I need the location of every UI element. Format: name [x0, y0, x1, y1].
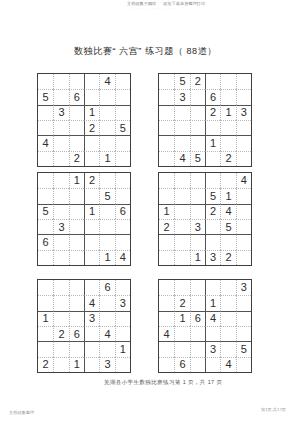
puzzle-3-cell-r2c1: [38, 188, 53, 203]
puzzle-5-cell-r3c2: [53, 311, 68, 326]
puzzle-3-cell-r3c5: [99, 204, 114, 219]
puzzle-4-cell-r2c1: [159, 188, 174, 203]
puzzle-6-cell-r2c3: [190, 295, 205, 310]
puzzle-1-cell-r4c5: [99, 120, 114, 135]
puzzle-6-cell-r2c5: [220, 295, 235, 310]
sudoku-grid-6: 32116443564: [158, 279, 252, 373]
puzzle-4-cell-r4c4: [205, 219, 220, 234]
puzzle-3-cell-r1c1: [38, 173, 53, 188]
puzzle-6-cell-r4c4: [205, 326, 220, 341]
sudoku-grid-3: 1255163614: [37, 172, 131, 266]
puzzle-3-cell-r1c3: 1: [69, 173, 84, 188]
puzzle-2-cell-r4c1: [159, 120, 174, 135]
puzzle-3-cell-r5c2: [53, 234, 68, 249]
puzzle-4-cell-r3c6: [236, 204, 251, 219]
sudoku-grid-1: 4563125421: [37, 73, 131, 167]
puzzle-5-cell-r5c4: [84, 341, 99, 356]
puzzle-3-cell-r1c5: [99, 173, 114, 188]
puzzle-5-cell-r2c3: [69, 295, 84, 310]
puzzle-1-cell-r6c6: [115, 151, 130, 166]
puzzle-1-cell-r5c3: [69, 135, 84, 150]
puzzle-4-cell-r3c3: [190, 204, 205, 219]
puzzle-5-cell-r5c6: 1: [115, 341, 130, 356]
puzzle-6-cell-r2c4: 1: [205, 295, 220, 310]
puzzle-3-cell-r4c1: [38, 219, 53, 234]
puzzle-6-cell-r1c4: [205, 280, 220, 295]
puzzle-5-cell-r1c6: [115, 280, 130, 295]
puzzle-5-cell-r4c6: [115, 326, 130, 341]
puzzle-1-cell-r1c3: [69, 74, 84, 89]
puzzle-2-cell-r2c2: 3: [174, 89, 189, 104]
footer-page-number: 第1页,共17页: [261, 408, 286, 412]
puzzle-2-cell-r4c5: [220, 120, 235, 135]
puzzle-6-cell-r3c2: 1: [174, 311, 189, 326]
puzzle-6-cell-r1c3: [190, 280, 205, 295]
puzzle-4-cell-r4c1: 2: [159, 219, 174, 234]
puzzle-1-cell-r2c6: [115, 89, 130, 104]
puzzle-4-cell-r2c3: [190, 188, 205, 203]
puzzle-3-cell-r6c6: 4: [115, 250, 130, 265]
puzzle-6-cell-r2c6: [236, 295, 251, 310]
puzzle-1-cell-r2c4: [84, 89, 99, 104]
puzzle-4-cell-r4c3: 3: [190, 219, 205, 234]
puzzle-3-cell-r2c5: 5: [99, 188, 114, 203]
puzzle-3-cell-r3c4: 1: [84, 204, 99, 219]
puzzle-3-cell-r5c5: [99, 234, 114, 249]
puzzle-2-cell-r4c4: [205, 120, 220, 135]
puzzle-3-cell-r5c6: [115, 234, 130, 249]
puzzle-5-cell-r5c2: [53, 341, 68, 356]
puzzle-2-cell-r6c1: [159, 151, 174, 166]
puzzle-3-cell-r2c3: [69, 188, 84, 203]
puzzle-1-cell-r4c3: [69, 120, 84, 135]
puzzle-1-cell-r6c3: 2: [69, 151, 84, 166]
puzzle-4-cell-r5c6: [236, 234, 251, 249]
puzzle-4-cell-r2c4: 5: [205, 188, 220, 203]
puzzle-5-cell-r6c4: [84, 357, 99, 372]
puzzle-2-cell-r2c6: [236, 89, 251, 104]
puzzle-1-cell-r4c1: [38, 120, 53, 135]
puzzle-1-cell-r1c6: [115, 74, 130, 89]
puzzle-1-cell-r6c4: [84, 151, 99, 166]
puzzle-2-cell-r2c4: 6: [205, 89, 220, 104]
puzzle-1-cell-r1c5: 4: [99, 74, 114, 89]
puzzle-1-cell-r5c1: 4: [38, 135, 53, 150]
puzzle-6-cell-r2c2: 2: [174, 295, 189, 310]
puzzle-1-cell-r1c1: [38, 74, 53, 89]
puzzle-3-cell-r4c6: [115, 219, 130, 234]
puzzle-6-cell-r3c6: [236, 311, 251, 326]
puzzle-6-cell-r5c3: [190, 341, 205, 356]
puzzle-6-cell-r3c1: [159, 311, 174, 326]
puzzle-4-cell-r1c2: [174, 173, 189, 188]
puzzle-3-cell-r6c2: [53, 250, 68, 265]
puzzle-6-cell-r6c4: [205, 357, 220, 372]
puzzle-2-cell-r1c1: [159, 74, 174, 89]
puzzle-4-cell-r4c6: [236, 219, 251, 234]
puzzle-3-cell-r6c4: [84, 250, 99, 265]
puzzle-3-cell-r6c5: 1: [99, 250, 114, 265]
puzzle-5-cell-r6c3: 1: [69, 357, 84, 372]
puzzle-5-cell-r6c5: 3: [99, 357, 114, 372]
puzzle-3-cell-r3c2: [53, 204, 68, 219]
puzzle-2-cell-r5c6: [236, 135, 251, 150]
puzzle-3-cell-r5c1: 6: [38, 234, 53, 249]
puzzle-4-cell-r1c3: [190, 173, 205, 188]
puzzle-1-cell-r5c4: [84, 135, 99, 150]
puzzle-5-cell-r4c4: [84, 326, 99, 341]
puzzle-2-cell-r2c5: [220, 89, 235, 104]
puzzle-6-cell-r4c2: [174, 326, 189, 341]
puzzle-2-cell-r3c6: 3: [236, 105, 251, 120]
puzzle-5-cell-r6c6: [115, 357, 130, 372]
puzzle-1-cell-r3c3: [69, 105, 84, 120]
sudoku-grid-2: 52362131452: [158, 73, 252, 167]
puzzle-5-cell-r3c1: 1: [38, 311, 53, 326]
puzzle-4-cell-r1c6: 4: [236, 173, 251, 188]
puzzle-2-cell-r5c5: [220, 135, 235, 150]
puzzle-3-cell-r5c3: [69, 234, 84, 249]
puzzle-1-cell-r3c2: 3: [53, 105, 68, 120]
puzzle-3-cell-r2c4: [84, 188, 99, 203]
puzzle-3-cell-r4c3: [69, 219, 84, 234]
puzzle-2-cell-r4c3: [190, 120, 205, 135]
puzzle-2-cell-r1c6: [236, 74, 251, 89]
puzzle-6-cell-r5c2: [174, 341, 189, 356]
puzzle-6-cell-r5c5: [220, 341, 235, 356]
puzzle-6-cell-r5c1: [159, 341, 174, 356]
header-watermark-right: 欢迎下载支持整理打印: [163, 2, 205, 6]
puzzle-1-cell-r1c4: [84, 74, 99, 89]
puzzle-6-cell-r1c6: 3: [236, 280, 251, 295]
puzzle-2-cell-r3c5: 1: [220, 105, 235, 120]
puzzle-5-cell-r4c5: 4: [99, 326, 114, 341]
puzzle-2-cell-r1c2: 5: [174, 74, 189, 89]
puzzle-4-cell-r3c1: 1: [159, 204, 174, 219]
puzzle-5-cell-r6c1: 2: [38, 357, 53, 372]
puzzle-4-cell-r1c1: [159, 173, 174, 188]
puzzle-6-cell-r3c5: [220, 311, 235, 326]
header-watermark-subline: ·· ··· ·· ···· ·· ···: [131, 8, 176, 11]
puzzle-4-cell-r6c2: [174, 250, 189, 265]
puzzle-3-cell-r1c6: [115, 173, 130, 188]
puzzle-5-cell-r2c1: [38, 295, 53, 310]
puzzle-1-cell-r6c5: 1: [99, 151, 114, 166]
puzzle-1-cell-r2c3: 6: [69, 89, 84, 104]
puzzle-2-cell-r5c3: [190, 135, 205, 150]
puzzle-3-cell-r6c3: [69, 250, 84, 265]
puzzle-2-cell-r5c4: 1: [205, 135, 220, 150]
puzzle-6-cell-r6c5: 4: [220, 357, 235, 372]
puzzle-4-cell-r6c6: [236, 250, 251, 265]
puzzle-5-cell-r2c6: 3: [115, 295, 130, 310]
puzzle-6-cell-r1c2: [174, 280, 189, 295]
page-title: 数独比赛“ 六宫” 练习题（ 88道）: [74, 46, 217, 57]
puzzle-3-cell-r5c4: [84, 234, 99, 249]
puzzle-1-cell-r1c2: [53, 74, 68, 89]
puzzle-4-cell-r4c2: [174, 219, 189, 234]
worksheet-page: 文档收集于网络 欢迎下载支持整理打印 ·· ··· ·· ···· ·· ···…: [0, 0, 300, 424]
puzzle-5-cell-r1c3: [69, 280, 84, 295]
puzzle-2-cell-r6c3: 5: [190, 151, 205, 166]
puzzle-2-cell-r3c1: [159, 105, 174, 120]
puzzle-2-cell-r2c1: [159, 89, 174, 104]
puzzle-4-cell-r3c4: 2: [205, 204, 220, 219]
puzzle-1-cell-r3c5: [99, 105, 114, 120]
puzzle-5-cell-r2c2: [53, 295, 68, 310]
puzzle-4-cell-r5c5: [220, 234, 235, 249]
puzzle-3-cell-r3c1: 5: [38, 204, 53, 219]
puzzle-5-cell-r1c4: [84, 280, 99, 295]
footer-watermark-left: 文档收集整理: [9, 411, 34, 415]
puzzle-4-cell-r2c2: [174, 188, 189, 203]
puzzle-6-cell-r4c3: [190, 326, 205, 341]
puzzle-5-cell-r1c1: [38, 280, 53, 295]
puzzle-4-cell-r2c5: 1: [220, 188, 235, 203]
footer-page-caption: 芜湖县小学生数独比赛练习第 1 页，共 17 页: [104, 380, 222, 386]
puzzle-4-cell-r5c2: [174, 234, 189, 249]
puzzle-1-cell-r3c4: 1: [84, 105, 99, 120]
puzzle-5-cell-r4c3: 6: [69, 326, 84, 341]
puzzle-6-cell-r1c1: [159, 280, 174, 295]
puzzle-6-cell-r3c4: 4: [205, 311, 220, 326]
puzzle-2-cell-r3c4: 2: [205, 105, 220, 120]
puzzle-1-cell-r2c1: 5: [38, 89, 53, 104]
puzzle-2-cell-r2c3: [190, 89, 205, 104]
puzzle-4-cell-r3c2: [174, 204, 189, 219]
puzzle-1-cell-r5c6: [115, 135, 130, 150]
puzzle-5-cell-r3c4: 3: [84, 311, 99, 326]
puzzle-5-cell-r1c5: 6: [99, 280, 114, 295]
sudoku-grid-4: 451124235132: [158, 172, 252, 266]
puzzle-2-cell-r6c5: 2: [220, 151, 235, 166]
puzzle-5-cell-r3c3: [69, 311, 84, 326]
puzzle-6-cell-r6c2: 6: [174, 357, 189, 372]
puzzle-1-cell-r2c5: [99, 89, 114, 104]
puzzle-1-cell-r4c6: 5: [115, 120, 130, 135]
puzzle-4-cell-r3c5: 4: [220, 204, 235, 219]
puzzle-2-cell-r6c4: [205, 151, 220, 166]
puzzle-4-cell-r6c3: 1: [190, 250, 205, 265]
puzzle-6-cell-r6c1: [159, 357, 174, 372]
puzzle-2-cell-r1c3: 2: [190, 74, 205, 89]
puzzle-4-cell-r5c1: [159, 234, 174, 249]
puzzle-5-cell-r5c1: [38, 341, 53, 356]
puzzle-6-cell-r5c6: 5: [236, 341, 251, 356]
puzzle-5-cell-r4c1: [38, 326, 53, 341]
puzzle-1-cell-r5c5: [99, 135, 114, 150]
puzzle-3-cell-r4c5: [99, 219, 114, 234]
puzzle-4-cell-r4c5: 5: [220, 219, 235, 234]
puzzle-2-cell-r5c2: [174, 135, 189, 150]
puzzle-6-cell-r1c5: [220, 280, 235, 295]
puzzle-5-cell-r5c5: [99, 341, 114, 356]
puzzle-6-cell-r3c3: 6: [190, 311, 205, 326]
puzzle-6-cell-r4c6: [236, 326, 251, 341]
puzzle-5-cell-r3c6: [115, 311, 130, 326]
header-watermark: 文档收集于网络 欢迎下载支持整理打印: [127, 2, 205, 6]
puzzle-3-cell-r2c6: [115, 188, 130, 203]
puzzle-2-cell-r5c1: [159, 135, 174, 150]
puzzle-4-cell-r1c5: [220, 173, 235, 188]
puzzle-5-cell-r2c5: [99, 295, 114, 310]
puzzle-2-cell-r3c3: [190, 105, 205, 120]
puzzle-6-cell-r2c1: [159, 295, 174, 310]
puzzle-4-cell-r5c4: [205, 234, 220, 249]
puzzle-2-cell-r4c6: [236, 120, 251, 135]
puzzle-6-cell-r6c6: [236, 357, 251, 372]
puzzle-1-cell-r3c1: [38, 105, 53, 120]
puzzle-6-cell-r4c1: 4: [159, 326, 174, 341]
puzzle-4-cell-r2c6: [236, 188, 251, 203]
puzzle-1-cell-r6c2: [53, 151, 68, 166]
puzzle-3-cell-r4c2: 3: [53, 219, 68, 234]
puzzle-4-cell-r1c4: [205, 173, 220, 188]
puzzle-1-cell-r4c4: 2: [84, 120, 99, 135]
puzzle-4-cell-r6c1: [159, 250, 174, 265]
puzzle-5-cell-r3c5: [99, 311, 114, 326]
puzzle-3-cell-r6c1: [38, 250, 53, 265]
sudoku-grid-5: 643132641213: [37, 279, 131, 373]
puzzle-3-cell-r2c2: [53, 188, 68, 203]
puzzle-6-cell-r6c3: [190, 357, 205, 372]
puzzle-3-cell-r4c4: [84, 219, 99, 234]
puzzle-5-cell-r6c2: [53, 357, 68, 372]
puzzle-3-cell-r3c3: [69, 204, 84, 219]
puzzle-1-cell-r6c1: [38, 151, 53, 166]
header-watermark-left: 文档收集于网络: [127, 2, 156, 6]
puzzle-6-cell-r5c4: 3: [205, 341, 220, 356]
puzzle-2-cell-r3c2: [174, 105, 189, 120]
puzzle-5-cell-r4c2: 2: [53, 326, 68, 341]
puzzle-1-cell-r2c2: [53, 89, 68, 104]
puzzle-1-cell-r5c2: [53, 135, 68, 150]
puzzle-2-cell-r1c4: [205, 74, 220, 89]
puzzle-4-cell-r5c3: [190, 234, 205, 249]
puzzle-1-cell-r3c6: [115, 105, 130, 120]
puzzle-2-cell-r6c6: [236, 151, 251, 166]
puzzle-5-cell-r1c2: [53, 280, 68, 295]
puzzle-2-cell-r6c2: 4: [174, 151, 189, 166]
puzzle-6-cell-r4c5: [220, 326, 235, 341]
puzzle-3-cell-r1c4: 2: [84, 173, 99, 188]
puzzle-4-cell-r6c4: 3: [205, 250, 220, 265]
puzzle-5-cell-r2c4: 4: [84, 295, 99, 310]
puzzle-3-cell-r1c2: [53, 173, 68, 188]
puzzle-1-cell-r4c2: [53, 120, 68, 135]
puzzle-2-cell-r4c2: [174, 120, 189, 135]
puzzle-5-cell-r5c3: [69, 341, 84, 356]
puzzle-2-cell-r1c5: [220, 74, 235, 89]
puzzle-4-cell-r6c5: 2: [220, 250, 235, 265]
puzzle-3-cell-r3c6: 6: [115, 204, 130, 219]
